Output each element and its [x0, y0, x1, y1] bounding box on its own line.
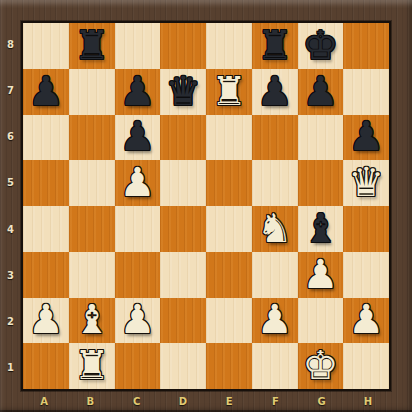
square-a5[interactable]: [23, 160, 69, 206]
white-pawn[interactable]: ♟: [348, 299, 384, 339]
square-g4[interactable]: ♝: [298, 206, 344, 252]
white-rook[interactable]: ♜: [74, 345, 110, 385]
square-b8[interactable]: ♜: [69, 23, 115, 69]
square-a1[interactable]: [23, 343, 69, 389]
black-pawn[interactable]: ♟: [257, 71, 293, 111]
rank-label-5: 5: [0, 160, 21, 206]
square-c3[interactable]: [115, 252, 161, 298]
square-c2[interactable]: ♟: [115, 298, 161, 344]
black-king[interactable]: ♚: [302, 25, 338, 65]
square-e1[interactable]: [206, 343, 252, 389]
rank-label-1: 1: [0, 345, 21, 391]
square-a2[interactable]: ♟: [23, 298, 69, 344]
square-b3[interactable]: [69, 252, 115, 298]
square-a6[interactable]: [23, 115, 69, 161]
square-b4[interactable]: [69, 206, 115, 252]
square-a7[interactable]: ♟: [23, 69, 69, 115]
square-e2[interactable]: [206, 298, 252, 344]
file-label-d: D: [160, 391, 206, 412]
square-d8[interactable]: [160, 23, 206, 69]
square-g1[interactable]: ♚: [298, 343, 344, 389]
square-h4[interactable]: [343, 206, 389, 252]
white-bishop[interactable]: ♝: [74, 299, 110, 339]
square-g3[interactable]: ♟: [298, 252, 344, 298]
square-c6[interactable]: ♟: [115, 115, 161, 161]
rank-coordinates: 87654321: [0, 21, 21, 391]
square-h6[interactable]: ♟: [343, 115, 389, 161]
file-label-c: C: [114, 391, 160, 412]
square-e3[interactable]: [206, 252, 252, 298]
square-b2[interactable]: ♝: [69, 298, 115, 344]
black-pawn[interactable]: ♟: [302, 71, 338, 111]
rank-label-7: 7: [0, 67, 21, 113]
square-e6[interactable]: [206, 115, 252, 161]
square-d3[interactable]: [160, 252, 206, 298]
rank-label-3: 3: [0, 252, 21, 298]
square-f5[interactable]: [252, 160, 298, 206]
square-c7[interactable]: ♟: [115, 69, 161, 115]
square-g2[interactable]: [298, 298, 344, 344]
white-pawn[interactable]: ♟: [28, 299, 64, 339]
black-pawn[interactable]: ♟: [119, 71, 155, 111]
square-g5[interactable]: [298, 160, 344, 206]
chess-board-frame: 87654321 ♜♜♚♟♟♛♜♟♟♟♟♟♛♞♝♟♟♝♟♟♟♜♚ ABCDEFG…: [0, 0, 412, 412]
square-f1[interactable]: [252, 343, 298, 389]
square-d7[interactable]: ♛: [160, 69, 206, 115]
white-pawn[interactable]: ♟: [302, 254, 338, 294]
square-h7[interactable]: [343, 69, 389, 115]
black-queen[interactable]: ♛: [165, 71, 201, 111]
file-coordinates: ABCDEFGH: [21, 391, 391, 412]
square-h1[interactable]: [343, 343, 389, 389]
square-f4[interactable]: ♞: [252, 206, 298, 252]
black-rook[interactable]: ♜: [74, 25, 110, 65]
square-d2[interactable]: [160, 298, 206, 344]
square-b1[interactable]: ♜: [69, 343, 115, 389]
black-pawn[interactable]: ♟: [28, 71, 64, 111]
square-e7[interactable]: ♜: [206, 69, 252, 115]
square-h3[interactable]: [343, 252, 389, 298]
file-label-f: F: [252, 391, 298, 412]
white-rook[interactable]: ♜: [211, 71, 247, 111]
black-pawn[interactable]: ♟: [348, 116, 384, 156]
rank-label-2: 2: [0, 299, 21, 345]
square-c5[interactable]: ♟: [115, 160, 161, 206]
square-d6[interactable]: [160, 115, 206, 161]
file-label-g: G: [299, 391, 345, 412]
square-f7[interactable]: ♟: [252, 69, 298, 115]
square-g6[interactable]: [298, 115, 344, 161]
square-d4[interactable]: [160, 206, 206, 252]
square-d1[interactable]: [160, 343, 206, 389]
square-f3[interactable]: [252, 252, 298, 298]
square-f8[interactable]: ♜: [252, 23, 298, 69]
square-h5[interactable]: ♛: [343, 160, 389, 206]
square-d5[interactable]: [160, 160, 206, 206]
square-e5[interactable]: [206, 160, 252, 206]
square-b6[interactable]: [69, 115, 115, 161]
white-king[interactable]: ♚: [302, 345, 338, 385]
square-h8[interactable]: [343, 23, 389, 69]
square-a8[interactable]: [23, 23, 69, 69]
black-bishop[interactable]: ♝: [302, 208, 338, 248]
square-e4[interactable]: [206, 206, 252, 252]
square-c4[interactable]: [115, 206, 161, 252]
black-pawn[interactable]: ♟: [119, 116, 155, 156]
square-g7[interactable]: ♟: [298, 69, 344, 115]
white-knight[interactable]: ♞: [257, 208, 293, 248]
square-c1[interactable]: [115, 343, 161, 389]
square-e8[interactable]: [206, 23, 252, 69]
square-a3[interactable]: [23, 252, 69, 298]
square-b5[interactable]: [69, 160, 115, 206]
white-pawn[interactable]: ♟: [119, 162, 155, 202]
square-c8[interactable]: [115, 23, 161, 69]
square-h2[interactable]: ♟: [343, 298, 389, 344]
square-g8[interactable]: ♚: [298, 23, 344, 69]
file-label-h: H: [345, 391, 391, 412]
chess-board: ♜♜♚♟♟♛♜♟♟♟♟♟♛♞♝♟♟♝♟♟♟♜♚: [21, 21, 391, 391]
square-a4[interactable]: [23, 206, 69, 252]
rank-label-6: 6: [0, 114, 21, 160]
rank-label-8: 8: [0, 21, 21, 67]
square-f6[interactable]: [252, 115, 298, 161]
file-label-a: A: [21, 391, 67, 412]
square-f2[interactable]: ♟: [252, 298, 298, 344]
file-label-b: B: [67, 391, 113, 412]
square-b7[interactable]: [69, 69, 115, 115]
black-rook[interactable]: ♜: [257, 25, 293, 65]
file-label-e: E: [206, 391, 252, 412]
rank-label-4: 4: [0, 206, 21, 252]
white-pawn[interactable]: ♟: [257, 299, 293, 339]
white-pawn[interactable]: ♟: [119, 299, 155, 339]
white-queen[interactable]: ♛: [348, 162, 384, 202]
